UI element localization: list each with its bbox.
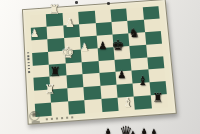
piece-white-bishop-f1[interactable]: ♝ xyxy=(123,97,134,109)
square[interactable] xyxy=(66,74,83,88)
piece-black-pawn-captured[interactable]: ♟ xyxy=(102,127,114,134)
brand-text-mark xyxy=(27,52,31,73)
piece-black-rook-h1[interactable]: ♜ xyxy=(153,92,164,104)
square[interactable] xyxy=(84,99,101,113)
square[interactable] xyxy=(84,86,101,100)
piece-black-king-f5[interactable]: ♚ xyxy=(112,38,125,52)
square[interactable] xyxy=(68,100,85,114)
piece-black-rook-b4[interactable]: ♜ xyxy=(49,65,61,78)
logo-glyph: ❋ xyxy=(31,112,37,120)
square[interactable] xyxy=(98,59,115,73)
square[interactable] xyxy=(32,51,49,65)
square[interactable] xyxy=(100,85,117,99)
square[interactable] xyxy=(145,31,162,45)
board-logo-icon: ❋ xyxy=(29,110,40,121)
square[interactable] xyxy=(99,72,116,86)
square[interactable] xyxy=(82,61,99,75)
board-grid xyxy=(30,6,168,117)
logo-caption-text xyxy=(31,121,39,123)
piece-black-pawn-e5[interactable]: ♟ xyxy=(99,41,108,51)
square[interactable] xyxy=(134,95,152,109)
photo-background: ❋ ♜♟♟♚♟♜♝♞♟♚♜♟♝♜♟♛♟♟♟ xyxy=(0,0,200,134)
background-speck xyxy=(75,1,78,4)
chess-board: ❋ xyxy=(22,0,177,125)
border-ticks xyxy=(46,117,74,121)
piece-white-rook-b2[interactable]: ♜ xyxy=(45,84,56,96)
piece-black-pawn-f3[interactable]: ♟ xyxy=(118,70,127,80)
piece-white-rook-b8[interactable]: ♜ xyxy=(48,3,60,16)
square[interactable] xyxy=(147,56,164,70)
square[interactable] xyxy=(65,62,82,76)
piece-white-pawn-a7[interactable]: ♟ xyxy=(31,29,40,39)
square[interactable] xyxy=(51,101,68,115)
piece-black-pawn-captured[interactable]: ♟ xyxy=(128,130,139,134)
square[interactable] xyxy=(146,43,163,57)
square[interactable] xyxy=(131,57,148,71)
background-speck xyxy=(107,2,110,5)
square[interactable] xyxy=(83,73,100,87)
piece-black-pawn-captured[interactable]: ♟ xyxy=(149,128,160,134)
piece-white-pawn-c7[interactable]: ♟ xyxy=(65,18,75,29)
square[interactable] xyxy=(33,64,50,78)
piece-white-pawn-d5[interactable]: ♟ xyxy=(81,43,90,53)
square[interactable] xyxy=(101,98,119,112)
piece-white-king-c5[interactable]: ♚ xyxy=(61,46,74,61)
piece-black-knight-g6[interactable]: ♞ xyxy=(129,27,140,39)
square[interactable] xyxy=(148,69,166,83)
piece-black-bishop-g3[interactable]: ♝ xyxy=(138,75,149,87)
square[interactable] xyxy=(67,87,84,101)
square[interactable] xyxy=(130,44,147,58)
